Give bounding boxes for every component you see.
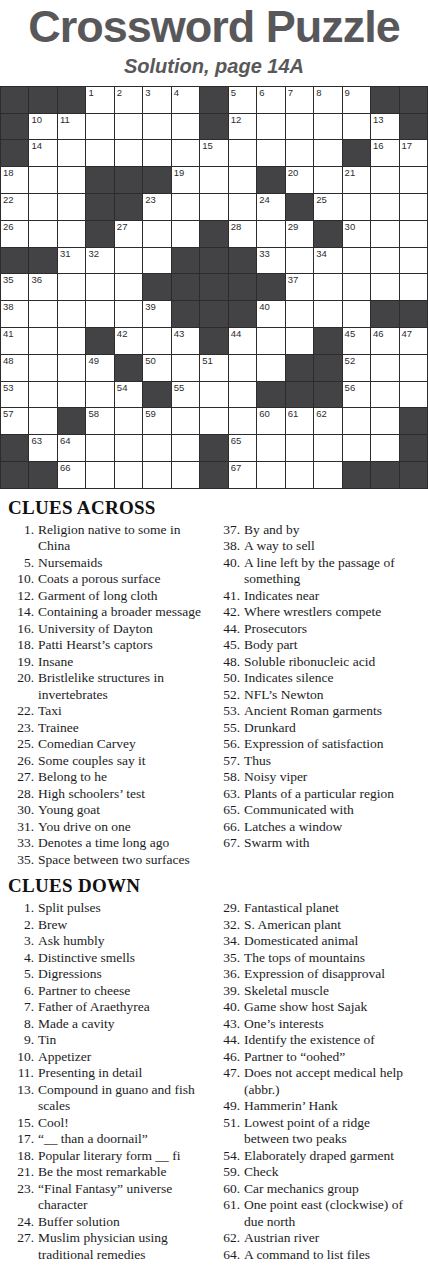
cell-1-12[interactable]: [343, 114, 370, 140]
cell-number: 37: [288, 274, 299, 285]
cell-10-9[interactable]: [257, 355, 284, 381]
cell-4-6[interactable]: [172, 194, 199, 220]
cell-3-0[interactable]: 18: [1, 167, 28, 193]
cell-6-13[interactable]: [371, 248, 398, 274]
cell-13-1[interactable]: 63: [29, 435, 56, 461]
clue-text: One point east (clockwise) of due north: [244, 1197, 420, 1230]
cell-13-13[interactable]: [371, 435, 398, 461]
block-cell-3-5: [143, 167, 170, 193]
cell-0-8[interactable]: 5: [229, 87, 256, 113]
cell-0-9[interactable]: 6: [257, 87, 284, 113]
block-cell-6-7: [200, 248, 227, 274]
clues-across-col-1: 1.Religion native to some in China5.Nurs…: [8, 522, 214, 869]
cell-10-0[interactable]: 48: [1, 355, 28, 381]
block-cell-10-10: [286, 355, 313, 381]
clue-number: 67.: [214, 835, 244, 852]
block-cell-14-7: [200, 462, 227, 488]
cell-8-2[interactable]: [58, 301, 85, 327]
cell-7-3[interactable]: [86, 274, 113, 300]
cell-8-10[interactable]: [286, 301, 313, 327]
cell-2-9[interactable]: [257, 140, 284, 166]
cell-number: 24: [259, 194, 270, 205]
clue-text: Distinctive smells: [38, 950, 214, 967]
clue-text: Appetizer: [38, 1049, 214, 1066]
cell-number: 21: [345, 167, 356, 178]
cell-9-4[interactable]: 42: [115, 328, 142, 354]
cell-1-2[interactable]: 11: [58, 114, 85, 140]
block-cell-5-11: [314, 221, 341, 247]
cell-2-13[interactable]: 16: [371, 140, 398, 166]
cell-number: 12: [231, 114, 242, 125]
cell-6-3[interactable]: 32: [86, 248, 113, 274]
cell-9-12[interactable]: 45: [343, 328, 370, 354]
cell-number: 9: [345, 87, 350, 98]
cell-3-1[interactable]: [29, 167, 56, 193]
cell-5-9[interactable]: [257, 221, 284, 247]
block-cell-12-2: [58, 408, 85, 434]
block-cell-9-7: [200, 328, 227, 354]
cell-10-14[interactable]: [400, 355, 427, 381]
cell-6-4[interactable]: [115, 248, 142, 274]
cell-0-5[interactable]: 3: [143, 87, 170, 113]
cell-0-10[interactable]: 7: [286, 87, 313, 113]
cell-number: 36: [31, 274, 42, 285]
cell-10-8[interactable]: [229, 355, 256, 381]
cell-number: 32: [88, 248, 99, 259]
cell-number: 54: [117, 382, 128, 393]
clue-number: 41.: [214, 588, 244, 605]
clue-text: Young goat: [38, 802, 214, 819]
clue-number: 21.: [8, 1164, 38, 1181]
cell-7-13[interactable]: [371, 274, 398, 300]
cell-12-6[interactable]: [172, 408, 199, 434]
cell-number: 3: [145, 87, 150, 98]
clue-text: A line left by the passage of something: [244, 555, 420, 588]
cell-3-11[interactable]: [314, 167, 341, 193]
clue-text: Plants of a particular region: [244, 786, 420, 803]
cell-3-6[interactable]: 19: [172, 167, 199, 193]
cell-0-11[interactable]: 8: [314, 87, 341, 113]
clue-number: 11.: [8, 1065, 38, 1082]
cell-9-10[interactable]: [286, 328, 313, 354]
cell-13-9[interactable]: [257, 435, 284, 461]
clue-number: 23.: [8, 1181, 38, 1198]
cell-10-12[interactable]: 52: [343, 355, 370, 381]
cell-number: 14: [31, 140, 42, 151]
cell-2-4[interactable]: [115, 140, 142, 166]
cell-11-2[interactable]: [58, 382, 85, 408]
cell-11-1[interactable]: [29, 382, 56, 408]
clue-number: 13.: [8, 1082, 38, 1099]
cell-6-12[interactable]: [343, 248, 370, 274]
cell-3-14[interactable]: [400, 167, 427, 193]
clue-number: 27.: [8, 769, 38, 786]
cell-2-2[interactable]: [58, 140, 85, 166]
cell-11-8[interactable]: [229, 382, 256, 408]
clue-number: 35.: [8, 852, 38, 869]
cell-9-8[interactable]: 44: [229, 328, 256, 354]
clue-item: 37.By and by: [214, 522, 420, 539]
cell-5-8[interactable]: 28: [229, 221, 256, 247]
cell-number: 26: [3, 221, 14, 232]
clue-number: 58.: [214, 769, 244, 786]
cell-10-7[interactable]: 51: [200, 355, 227, 381]
clue-text: Some couples say it: [38, 753, 214, 770]
cell-8-5[interactable]: 39: [143, 301, 170, 327]
clue-number: 50.: [214, 670, 244, 687]
cell-1-3[interactable]: [86, 114, 113, 140]
cell-14-5[interactable]: [143, 462, 170, 488]
cell-14-10[interactable]: [286, 462, 313, 488]
cell-10-3[interactable]: 49: [86, 355, 113, 381]
cell-7-2[interactable]: [58, 274, 85, 300]
cell-7-4[interactable]: [115, 274, 142, 300]
cell-5-2[interactable]: [58, 221, 85, 247]
cell-number: 38: [3, 301, 14, 312]
cell-6-9[interactable]: 33: [257, 248, 284, 274]
block-cell-7-5: [143, 274, 170, 300]
clue-number: 14.: [8, 604, 38, 621]
cell-12-9[interactable]: 60: [257, 408, 284, 434]
cell-number: 56: [345, 382, 356, 393]
clue-number: 31.: [8, 819, 38, 836]
clue-item: 65.Communicated with: [214, 802, 420, 819]
cell-12-10[interactable]: 61: [286, 408, 313, 434]
clue-text: Elaborately draped garment: [244, 1148, 420, 1165]
cell-2-11[interactable]: [314, 140, 341, 166]
cell-9-2[interactable]: [58, 328, 85, 354]
clue-number: 26.: [8, 753, 38, 770]
cell-2-7[interactable]: 15: [200, 140, 227, 166]
clue-number: 46.: [214, 1049, 244, 1066]
cell-10-1[interactable]: [29, 355, 56, 381]
clue-item: 60.Car mechanics group: [214, 1181, 420, 1198]
cell-11-12[interactable]: 56: [343, 382, 370, 408]
cell-11-6[interactable]: 55: [172, 382, 199, 408]
block-cell-13-0: [1, 435, 28, 461]
cell-3-7[interactable]: [200, 167, 227, 193]
cell-9-0[interactable]: 41: [1, 328, 28, 354]
clue-text: Body part: [244, 637, 420, 654]
cell-5-5[interactable]: [143, 221, 170, 247]
cell-1-9[interactable]: [257, 114, 284, 140]
clue-text: Digressions: [38, 966, 214, 983]
clue-item: 62.Austrian river: [214, 1230, 420, 1247]
clue-text: You drive on one: [38, 819, 214, 836]
cell-5-1[interactable]: [29, 221, 56, 247]
cell-12-5[interactable]: 59: [143, 408, 170, 434]
cell-12-4[interactable]: [115, 408, 142, 434]
block-cell-8-6: [172, 301, 199, 327]
cell-4-0[interactable]: 22: [1, 194, 28, 220]
cell-number: 53: [3, 382, 14, 393]
clue-text: Compound in guano and fish scales: [38, 1082, 214, 1115]
cell-14-2[interactable]: 66: [58, 462, 85, 488]
cell-6-5[interactable]: [143, 248, 170, 274]
clue-text: Taxi: [38, 703, 214, 720]
clue-number: 23.: [8, 720, 38, 737]
cell-1-11[interactable]: [314, 114, 341, 140]
clue-text: University of Dayton: [38, 621, 214, 638]
cell-10-2[interactable]: [58, 355, 85, 381]
block-cell-6-0: [1, 248, 28, 274]
cell-1-5[interactable]: [143, 114, 170, 140]
cell-5-14[interactable]: [400, 221, 427, 247]
cell-5-10[interactable]: 29: [286, 221, 313, 247]
cell-8-4[interactable]: [115, 301, 142, 327]
clue-item: 27.Muslim physician using traditional re…: [8, 1230, 214, 1263]
cell-12-8[interactable]: [229, 408, 256, 434]
block-cell-4-4: [115, 194, 142, 220]
cell-4-2[interactable]: [58, 194, 85, 220]
clues-down-heading: CLUES DOWN: [8, 875, 420, 897]
cell-12-13[interactable]: [371, 408, 398, 434]
cell-2-8[interactable]: [229, 140, 256, 166]
clues-across-columns: 1.Religion native to some in China5.Nurs…: [8, 522, 420, 869]
clue-text: Game show host Sajak: [244, 999, 420, 1016]
block-cell-8-14: [400, 301, 427, 327]
cell-number: 13: [373, 114, 384, 125]
cell-14-8[interactable]: 67: [229, 462, 256, 488]
cell-1-4[interactable]: [115, 114, 142, 140]
cell-10-6[interactable]: [172, 355, 199, 381]
cell-3-2[interactable]: [58, 167, 85, 193]
cell-8-0[interactable]: 38: [1, 301, 28, 327]
cell-12-3[interactable]: 58: [86, 408, 113, 434]
cell-0-3[interactable]: 1: [86, 87, 113, 113]
clue-number: 48.: [214, 654, 244, 671]
cell-6-14[interactable]: [400, 248, 427, 274]
cell-12-12[interactable]: [343, 408, 370, 434]
clue-item: 31.You drive on one: [8, 819, 214, 836]
clue-item: 26.Some couples say it: [8, 753, 214, 770]
cell-13-10[interactable]: [286, 435, 313, 461]
cell-9-6[interactable]: 43: [172, 328, 199, 354]
cell-13-2[interactable]: 64: [58, 435, 85, 461]
cell-6-2[interactable]: 31: [58, 248, 85, 274]
block-cell-14-0: [1, 462, 28, 488]
cell-7-0[interactable]: 35: [1, 274, 28, 300]
cell-4-1[interactable]: [29, 194, 56, 220]
cell-1-13[interactable]: 13: [371, 114, 398, 140]
clue-item: 34.Domesticated animal: [214, 933, 420, 950]
clue-text: Check: [244, 1164, 420, 1181]
clue-text: Partner to “oohed”: [244, 1049, 420, 1066]
cell-11-0[interactable]: 53: [1, 382, 28, 408]
cell-9-5[interactable]: [143, 328, 170, 354]
cell-5-0[interactable]: 26: [1, 221, 28, 247]
cell-4-11[interactable]: 25: [314, 194, 341, 220]
cell-2-14[interactable]: 17: [400, 140, 427, 166]
clue-number: 6.: [8, 983, 38, 1000]
cell-14-6[interactable]: [172, 462, 199, 488]
clue-text: Cool!: [38, 1115, 214, 1132]
clue-item: 41.Indicates near: [214, 588, 420, 605]
block-cell-8-8: [229, 301, 256, 327]
clue-text: Brew: [38, 917, 214, 934]
block-cell-1-0: [1, 114, 28, 140]
cell-14-4[interactable]: [115, 462, 142, 488]
clue-item: 5.Digressions: [8, 966, 214, 983]
clue-number: 38.: [214, 538, 244, 555]
cell-3-13[interactable]: [371, 167, 398, 193]
clue-item: 47.Does not accept medical help (abbr.): [214, 1065, 420, 1098]
clue-text: Car mechanics group: [244, 1181, 420, 1198]
cell-11-7[interactable]: [200, 382, 227, 408]
cell-8-12[interactable]: [343, 301, 370, 327]
clue-number: 57.: [214, 753, 244, 770]
clue-text: Indicates near: [244, 588, 420, 605]
cell-2-5[interactable]: [143, 140, 170, 166]
cell-number: 4: [174, 87, 179, 98]
cell-7-10[interactable]: 37: [286, 274, 313, 300]
clue-text: Trainee: [38, 720, 214, 737]
cell-8-1[interactable]: [29, 301, 56, 327]
clue-text: S. American plant: [244, 917, 420, 934]
cell-11-3[interactable]: [86, 382, 113, 408]
clue-text: Indicates silence: [244, 670, 420, 687]
cell-0-4[interactable]: 2: [115, 87, 142, 113]
clues-across-col-2: 37.By and by38.A way to sell40.A line le…: [214, 522, 420, 852]
cell-13-6[interactable]: [172, 435, 199, 461]
clue-item: 54.Elaborately draped garment: [214, 1148, 420, 1165]
cell-11-4[interactable]: 54: [115, 382, 142, 408]
cell-number: 47: [402, 328, 413, 339]
clue-number: 1.: [8, 900, 38, 917]
clue-text: Space between two surfaces: [38, 852, 214, 869]
clue-item: 67.Swarm with: [214, 835, 420, 852]
clue-text: Garment of long cloth: [38, 588, 214, 605]
cell-4-12[interactable]: [343, 194, 370, 220]
cell-3-8[interactable]: [229, 167, 256, 193]
cell-number: 64: [60, 435, 71, 446]
clue-text: Patti Hearst’s captors: [38, 637, 214, 654]
clue-text: The tops of mountains: [244, 950, 420, 967]
cell-11-14[interactable]: [400, 382, 427, 408]
cell-12-1[interactable]: [29, 408, 56, 434]
cell-3-12[interactable]: 21: [343, 167, 370, 193]
clue-number: 44.: [214, 621, 244, 638]
cell-number: 60: [259, 408, 270, 419]
cell-12-0[interactable]: 57: [1, 408, 28, 434]
block-cell-12-14: [400, 408, 427, 434]
cell-7-14[interactable]: [400, 274, 427, 300]
clue-text: Comedian Carvey: [38, 736, 214, 753]
block-cell-14-14: [400, 462, 427, 488]
cell-1-8[interactable]: 12: [229, 114, 256, 140]
cell-6-10[interactable]: [286, 248, 313, 274]
clue-number: 18.: [8, 637, 38, 654]
clue-number: 64.: [214, 1247, 244, 1264]
clue-number: 12.: [8, 588, 38, 605]
cell-number: 49: [88, 355, 99, 366]
cell-8-9[interactable]: 40: [257, 301, 284, 327]
cell-2-3[interactable]: [86, 140, 113, 166]
cell-13-8[interactable]: 65: [229, 435, 256, 461]
cell-0-12[interactable]: 9: [343, 87, 370, 113]
clue-item: 1.Split pulses: [8, 900, 214, 917]
clue-item: 35.The tops of mountains: [214, 950, 420, 967]
cell-5-12[interactable]: 30: [343, 221, 370, 247]
cell-number: 22: [3, 194, 14, 205]
cell-4-5[interactable]: 23: [143, 194, 170, 220]
clue-text: Muslim physician using traditional remed…: [38, 1230, 214, 1263]
cell-8-11[interactable]: [314, 301, 341, 327]
cell-12-11[interactable]: 62: [314, 408, 341, 434]
cell-10-5[interactable]: 50: [143, 355, 170, 381]
cell-7-11[interactable]: [314, 274, 341, 300]
cell-9-13[interactable]: 46: [371, 328, 398, 354]
clue-item: 63.Plants of a particular region: [214, 786, 420, 803]
clue-number: 10.: [8, 1049, 38, 1066]
cell-13-3[interactable]: [86, 435, 113, 461]
cell-13-4[interactable]: [115, 435, 142, 461]
cell-9-14[interactable]: 47: [400, 328, 427, 354]
cell-8-3[interactable]: [86, 301, 113, 327]
clue-item: 38.A way to sell: [214, 538, 420, 555]
clue-text: “__ than a doornail”: [38, 1131, 214, 1148]
cell-13-11[interactable]: [314, 435, 341, 461]
clue-item: 10.Coats a porous surface: [8, 571, 214, 588]
cell-14-11[interactable]: [314, 462, 341, 488]
clue-item: 48.Soluble ribonucleic acid: [214, 654, 420, 671]
clues-down-col-2: 29.Fantastical planet32.S. American plan…: [214, 900, 420, 1263]
cell-4-7[interactable]: [200, 194, 227, 220]
clue-item: 12.Garment of long cloth: [8, 588, 214, 605]
clue-number: 59.: [214, 1164, 244, 1181]
clue-text: Be the most remarkable: [38, 1164, 214, 1181]
cell-5-13[interactable]: [371, 221, 398, 247]
cell-14-3[interactable]: [86, 462, 113, 488]
cell-9-1[interactable]: [29, 328, 56, 354]
cell-5-6[interactable]: [172, 221, 199, 247]
cell-1-6[interactable]: [172, 114, 199, 140]
cell-0-6[interactable]: 4: [172, 87, 199, 113]
cell-number: 58: [88, 408, 99, 419]
clue-item: 24.Buffer solution: [8, 1214, 214, 1231]
cell-7-12[interactable]: [343, 274, 370, 300]
cell-6-11[interactable]: 34: [314, 248, 341, 274]
cell-1-10[interactable]: [286, 114, 313, 140]
cell-4-8[interactable]: [229, 194, 256, 220]
block-cell-13-14: [400, 435, 427, 461]
cell-7-1[interactable]: 36: [29, 274, 56, 300]
cell-2-10[interactable]: [286, 140, 313, 166]
cell-1-1[interactable]: 10: [29, 114, 56, 140]
cell-9-9[interactable]: [257, 328, 284, 354]
cell-2-1[interactable]: 14: [29, 140, 56, 166]
cell-2-6[interactable]: [172, 140, 199, 166]
cell-11-13[interactable]: [371, 382, 398, 408]
clue-item: 22.Taxi: [8, 703, 214, 720]
cell-4-9[interactable]: 24: [257, 194, 284, 220]
cell-5-4[interactable]: 27: [115, 221, 142, 247]
cell-13-12[interactable]: [343, 435, 370, 461]
clue-number: 19.: [8, 654, 38, 671]
cell-4-13[interactable]: [371, 194, 398, 220]
clue-text: By and by: [244, 522, 420, 539]
cell-13-5[interactable]: [143, 435, 170, 461]
clue-item: 21.Be the most remarkable: [8, 1164, 214, 1181]
clue-text: Soluble ribonucleic acid: [244, 654, 420, 671]
cell-3-10[interactable]: 20: [286, 167, 313, 193]
cell-14-9[interactable]: [257, 462, 284, 488]
cell-12-7[interactable]: [200, 408, 227, 434]
cell-10-13[interactable]: [371, 355, 398, 381]
clue-number: 3.: [8, 933, 38, 950]
clue-number: 54.: [214, 1148, 244, 1165]
cell-4-14[interactable]: [400, 194, 427, 220]
